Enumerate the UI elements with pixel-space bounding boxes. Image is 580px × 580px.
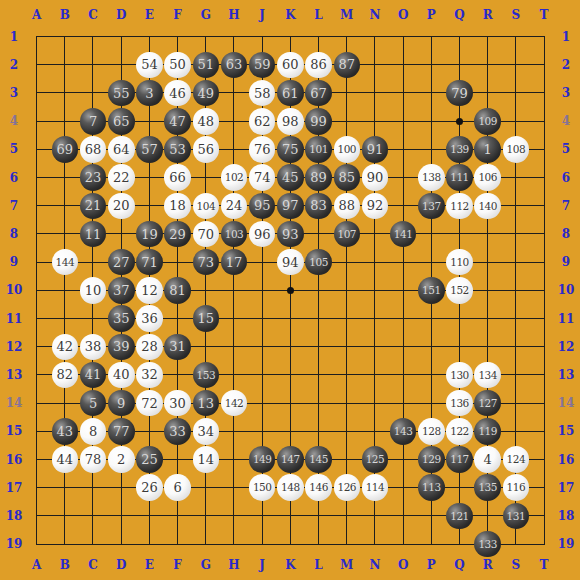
intersection-K6: 45 [276, 164, 304, 192]
move-number: 59 [254, 58, 271, 71]
move-number: 141 [394, 229, 413, 240]
intersection-G8: 70 [192, 220, 220, 248]
white-stone-144: 144 [52, 249, 79, 276]
white-stone-26: 26 [136, 474, 163, 501]
white-stone-100: 100 [334, 136, 361, 163]
black-stone-129: 129 [418, 446, 445, 473]
white-stone-104: 104 [193, 193, 220, 220]
intersection-M17: 126 [333, 474, 361, 502]
black-stone-9: 9 [108, 390, 135, 417]
move-number: 134 [478, 370, 497, 381]
white-stone-94: 94 [277, 249, 304, 276]
intersection-R16: 4 [474, 445, 502, 473]
move-number: 10 [85, 284, 102, 297]
move-number: 54 [141, 58, 158, 71]
white-stone-136: 136 [446, 390, 473, 417]
move-number: 55 [113, 87, 130, 100]
intersection-S17: 116 [502, 474, 530, 502]
intersection-R4: 109 [474, 107, 502, 135]
move-number: 44 [57, 453, 74, 466]
black-stone-107: 107 [334, 221, 361, 248]
black-stone-63: 63 [221, 52, 248, 79]
move-number: 140 [478, 201, 497, 212]
go-board-diagram: ABCDEFGHJKLMNOPQRST ABCDEFGHJKLMNOPQRST … [0, 0, 580, 580]
intersection-D9: 27 [107, 248, 135, 276]
intersection-B16: 44 [51, 445, 79, 473]
intersection-C5: 68 [79, 135, 107, 163]
black-stone-23: 23 [80, 164, 107, 191]
black-stone-141: 141 [390, 221, 417, 248]
intersection-C4: 7 [79, 107, 107, 135]
intersection-Q18: 121 [445, 502, 473, 530]
move-number: 28 [141, 340, 158, 353]
white-stone-18: 18 [164, 193, 191, 220]
intersection-J16: 149 [248, 445, 276, 473]
move-number: 45 [282, 171, 299, 184]
intersection-D15: 77 [107, 417, 135, 445]
intersection-P17: 113 [417, 474, 445, 502]
intersection-E10: 12 [135, 276, 163, 304]
white-stone-72: 72 [136, 390, 163, 417]
move-number: 146 [309, 482, 328, 493]
black-stone-65: 65 [108, 108, 135, 135]
white-stone-38: 38 [80, 334, 107, 361]
move-number: 67 [310, 87, 327, 100]
white-stone-22: 22 [108, 164, 135, 191]
move-number: 151 [422, 285, 441, 296]
intersection-E8: 19 [135, 220, 163, 248]
intersection-G14: 13 [192, 389, 220, 417]
intersection-J8: 96 [248, 220, 276, 248]
move-number: 5 [89, 397, 97, 410]
move-number: 147 [281, 454, 300, 465]
intersection-Q7: 112 [445, 192, 473, 220]
black-stone-79: 79 [446, 80, 473, 107]
intersection-G5: 56 [192, 135, 220, 163]
white-stone-4: 4 [474, 446, 501, 473]
intersection-E11: 36 [135, 304, 163, 332]
move-number: 39 [113, 340, 130, 353]
move-number: 79 [451, 87, 468, 100]
black-stone-101: 101 [305, 136, 332, 163]
black-stone-21: 21 [80, 193, 107, 220]
move-number: 22 [113, 171, 130, 184]
black-stone-45: 45 [277, 164, 304, 191]
black-stone-93: 93 [277, 221, 304, 248]
intersection-F6: 66 [164, 164, 192, 192]
white-stone-116: 116 [503, 474, 530, 501]
intersection-D5: 64 [107, 135, 135, 163]
intersection-D7: 20 [107, 192, 135, 220]
move-number: 92 [367, 199, 384, 212]
intersection-D11: 35 [107, 304, 135, 332]
move-number: 75 [282, 143, 299, 156]
intersection-K17: 148 [276, 474, 304, 502]
move-number: 122 [450, 426, 469, 437]
move-number: 131 [507, 511, 526, 522]
intersection-D6: 22 [107, 164, 135, 192]
move-number: 15 [198, 312, 215, 325]
move-number: 46 [169, 87, 186, 100]
intersection-M7: 88 [333, 192, 361, 220]
move-number: 106 [478, 172, 497, 183]
go-board[interactable]: 5450516359608687553464958616779765474862… [23, 23, 559, 559]
white-stone-50: 50 [164, 52, 191, 79]
move-number: 127 [478, 398, 497, 409]
intersection-J6: 74 [248, 164, 276, 192]
move-number: 78 [85, 453, 102, 466]
intersection-P10: 151 [417, 276, 445, 304]
intersection-K3: 61 [276, 79, 304, 107]
move-number: 88 [338, 199, 355, 212]
intersection-B13: 82 [51, 361, 79, 389]
intersection-L6: 89 [304, 164, 332, 192]
intersection-J2: 59 [248, 51, 276, 79]
intersection-L2: 86 [304, 51, 332, 79]
white-stone-14: 14 [193, 446, 220, 473]
intersection-N17: 114 [361, 474, 389, 502]
black-stone-53: 53 [164, 136, 191, 163]
move-number: 129 [422, 454, 441, 465]
intersection-Q5: 139 [445, 135, 473, 163]
star-point [445, 107, 473, 135]
black-stone-71: 71 [136, 249, 163, 276]
intersection-Q3: 79 [445, 79, 473, 107]
move-number: 98 [282, 115, 299, 128]
intersection-G11: 15 [192, 304, 220, 332]
move-number: 1 [484, 143, 492, 156]
intersection-G16: 14 [192, 445, 220, 473]
black-stone-81: 81 [164, 277, 191, 304]
intersection-D14: 9 [107, 389, 135, 417]
intersection-L17: 146 [304, 474, 332, 502]
move-number: 12 [141, 284, 158, 297]
intersection-D10: 37 [107, 276, 135, 304]
white-stone-102: 102 [221, 164, 248, 191]
black-stone-39: 39 [108, 334, 135, 361]
intersection-R14: 127 [474, 389, 502, 417]
intersection-H9: 17 [220, 248, 248, 276]
intersection-D13: 40 [107, 361, 135, 389]
intersection-E3: 3 [135, 79, 163, 107]
move-number: 17 [226, 256, 243, 269]
white-stone-146: 146 [305, 474, 332, 501]
move-number: 56 [198, 143, 215, 156]
intersection-K5: 75 [276, 135, 304, 163]
intersection-H2: 63 [220, 51, 248, 79]
black-stone-125: 125 [362, 446, 389, 473]
white-stone-60: 60 [277, 52, 304, 79]
move-number: 37 [113, 284, 130, 297]
intersection-L5: 101 [304, 135, 332, 163]
white-stone-130: 130 [446, 362, 473, 389]
black-stone-83: 83 [305, 193, 332, 220]
white-stone-106: 106 [474, 164, 501, 191]
white-stone-62: 62 [249, 108, 276, 135]
move-number: 85 [338, 171, 355, 184]
intersection-Q16: 117 [445, 445, 473, 473]
move-number: 66 [169, 171, 186, 184]
white-stone-142: 142 [221, 390, 248, 417]
black-stone-31: 31 [164, 334, 191, 361]
move-number: 149 [253, 454, 272, 465]
intersection-F3: 46 [164, 79, 192, 107]
move-number: 153 [197, 370, 216, 381]
intersection-M8: 107 [333, 220, 361, 248]
move-number: 21 [85, 199, 102, 212]
move-number: 93 [282, 228, 299, 241]
black-stone-15: 15 [193, 305, 220, 332]
star-point-dot [287, 287, 294, 294]
white-stone-140: 140 [474, 193, 501, 220]
move-number: 124 [507, 454, 526, 465]
black-stone-145: 145 [305, 446, 332, 473]
black-stone-25: 25 [136, 446, 163, 473]
intersection-E14: 72 [135, 389, 163, 417]
move-number: 71 [141, 256, 158, 269]
intersection-E2: 54 [135, 51, 163, 79]
move-number: 70 [198, 228, 215, 241]
white-stone-42: 42 [52, 334, 79, 361]
intersection-M6: 85 [333, 164, 361, 192]
move-number: 43 [57, 425, 74, 438]
white-stone-24: 24 [221, 193, 248, 220]
intersection-L16: 145 [304, 445, 332, 473]
move-number: 26 [141, 481, 158, 494]
intersection-Q9: 110 [445, 248, 473, 276]
move-number: 148 [281, 482, 300, 493]
intersection-E12: 28 [135, 333, 163, 361]
intersection-S5: 108 [502, 135, 530, 163]
white-stone-6: 6 [164, 474, 191, 501]
black-stone-139: 139 [446, 136, 473, 163]
white-stone-56: 56 [193, 136, 220, 163]
move-number: 126 [337, 482, 356, 493]
intersection-C10: 10 [79, 276, 107, 304]
intersection-F2: 50 [164, 51, 192, 79]
move-number: 86 [310, 58, 327, 71]
black-stone-147: 147 [277, 446, 304, 473]
black-stone-59: 59 [249, 52, 276, 79]
intersection-S16: 124 [502, 445, 530, 473]
star-point-dot [456, 118, 463, 125]
white-stone-28: 28 [136, 334, 163, 361]
move-number: 2 [117, 453, 125, 466]
intersection-G13: 153 [192, 361, 220, 389]
black-stone-133: 133 [474, 531, 501, 558]
move-number: 138 [422, 172, 441, 183]
move-number: 33 [169, 425, 186, 438]
intersection-F4: 47 [164, 107, 192, 135]
black-stone-153: 153 [193, 362, 220, 389]
white-stone-148: 148 [277, 474, 304, 501]
white-stone-8: 8 [80, 418, 107, 445]
white-stone-64: 64 [108, 136, 135, 163]
black-stone-33: 33 [164, 418, 191, 445]
move-number: 35 [113, 312, 130, 325]
intersection-M2: 87 [333, 51, 361, 79]
move-number: 87 [338, 58, 355, 71]
move-number: 145 [309, 454, 328, 465]
black-stone-97: 97 [277, 193, 304, 220]
black-stone-77: 77 [108, 418, 135, 445]
intersection-S18: 131 [502, 502, 530, 530]
move-number: 58 [254, 87, 271, 100]
move-number: 38 [85, 340, 102, 353]
move-number: 51 [198, 58, 215, 71]
intersection-J5: 76 [248, 135, 276, 163]
move-number: 112 [450, 201, 469, 212]
intersection-B5: 69 [51, 135, 79, 163]
move-number: 111 [450, 172, 469, 183]
intersection-K7: 97 [276, 192, 304, 220]
move-number: 76 [254, 143, 271, 156]
white-stone-70: 70 [193, 221, 220, 248]
move-number: 50 [169, 58, 186, 71]
move-number: 6 [173, 481, 181, 494]
white-stone-74: 74 [249, 164, 276, 191]
intersection-K4: 98 [276, 107, 304, 135]
move-number: 24 [226, 199, 243, 212]
move-number: 89 [310, 171, 327, 184]
black-stone-41: 41 [80, 362, 107, 389]
white-stone-124: 124 [503, 446, 530, 473]
white-stone-152: 152 [446, 277, 473, 304]
black-stone-67: 67 [305, 80, 332, 107]
black-stone-113: 113 [418, 474, 445, 501]
move-number: 63 [226, 58, 243, 71]
intersection-C16: 78 [79, 445, 107, 473]
move-number: 142 [225, 398, 244, 409]
intersection-G2: 51 [192, 51, 220, 79]
intersection-O8: 141 [389, 220, 417, 248]
intersection-B12: 42 [51, 333, 79, 361]
move-number: 110 [450, 257, 469, 268]
black-stone-131: 131 [503, 503, 530, 530]
move-number: 83 [310, 199, 327, 212]
move-number: 81 [169, 284, 186, 297]
move-number: 27 [113, 256, 130, 269]
white-stone-46: 46 [164, 80, 191, 107]
move-number: 114 [366, 482, 385, 493]
move-number: 20 [113, 199, 130, 212]
black-stone-109: 109 [474, 108, 501, 135]
move-number: 94 [282, 256, 299, 269]
intersection-E13: 32 [135, 361, 163, 389]
intersection-C7: 21 [79, 192, 107, 220]
intersection-Q14: 136 [445, 389, 473, 417]
intersection-C15: 8 [79, 417, 107, 445]
move-number: 102 [225, 172, 244, 183]
black-stone-49: 49 [193, 80, 220, 107]
intersection-E16: 25 [135, 445, 163, 473]
move-number: 100 [337, 144, 356, 155]
black-stone-75: 75 [277, 136, 304, 163]
intersection-L9: 105 [304, 248, 332, 276]
move-number: 40 [113, 368, 130, 381]
black-stone-17: 17 [221, 249, 248, 276]
move-number: 96 [254, 228, 271, 241]
black-stone-117: 117 [446, 446, 473, 473]
move-number: 9 [117, 397, 125, 410]
black-stone-29: 29 [164, 221, 191, 248]
white-stone-128: 128 [418, 418, 445, 445]
black-stone-47: 47 [164, 108, 191, 135]
intersection-P16: 129 [417, 445, 445, 473]
move-number: 4 [484, 453, 492, 466]
intersection-N6: 90 [361, 164, 389, 192]
move-number: 14 [198, 453, 215, 466]
intersection-N5: 91 [361, 135, 389, 163]
white-stone-40: 40 [108, 362, 135, 389]
move-number: 34 [198, 425, 215, 438]
black-stone-111: 111 [446, 164, 473, 191]
black-stone-85: 85 [334, 164, 361, 191]
move-number: 31 [169, 340, 186, 353]
move-number: 90 [367, 171, 384, 184]
black-stone-95: 95 [249, 193, 276, 220]
move-number: 61 [282, 87, 299, 100]
move-number: 128 [422, 426, 441, 437]
intersection-G15: 34 [192, 417, 220, 445]
black-stone-91: 91 [362, 136, 389, 163]
move-number: 117 [450, 454, 469, 465]
move-number: 108 [507, 144, 526, 155]
move-number: 99 [310, 115, 327, 128]
intersection-J7: 95 [248, 192, 276, 220]
white-stone-58: 58 [249, 80, 276, 107]
intersection-R13: 134 [474, 361, 502, 389]
intersection-Q15: 122 [445, 417, 473, 445]
intersection-H8: 103 [220, 220, 248, 248]
black-stone-43: 43 [52, 418, 79, 445]
black-stone-13: 13 [193, 390, 220, 417]
intersection-F10: 81 [164, 276, 192, 304]
move-number: 82 [57, 368, 74, 381]
intersection-G7: 104 [192, 192, 220, 220]
move-number: 57 [141, 143, 158, 156]
move-number: 60 [282, 58, 299, 71]
black-stone-11: 11 [80, 221, 107, 248]
move-number: 36 [141, 312, 158, 325]
intersection-R19: 133 [474, 530, 502, 558]
intersection-O15: 143 [389, 417, 417, 445]
white-stone-88: 88 [334, 193, 361, 220]
move-number: 139 [450, 144, 469, 155]
white-stone-96: 96 [249, 221, 276, 248]
intersection-Q10: 152 [445, 276, 473, 304]
move-number: 25 [141, 453, 158, 466]
intersection-B9: 144 [51, 248, 79, 276]
intersection-N16: 125 [361, 445, 389, 473]
move-number: 7 [89, 115, 97, 128]
intersection-E17: 26 [135, 474, 163, 502]
move-number: 135 [478, 482, 497, 493]
intersection-K16: 147 [276, 445, 304, 473]
black-stone-55: 55 [108, 80, 135, 107]
move-number: 133 [478, 539, 497, 550]
black-stone-51: 51 [193, 52, 220, 79]
black-stone-121: 121 [446, 503, 473, 530]
white-stone-122: 122 [446, 418, 473, 445]
move-number: 72 [141, 397, 158, 410]
move-number: 68 [85, 143, 102, 156]
white-stone-10: 10 [80, 277, 107, 304]
intersection-F15: 33 [164, 417, 192, 445]
black-stone-87: 87 [334, 52, 361, 79]
intersection-L3: 67 [304, 79, 332, 107]
move-number: 125 [366, 454, 385, 465]
